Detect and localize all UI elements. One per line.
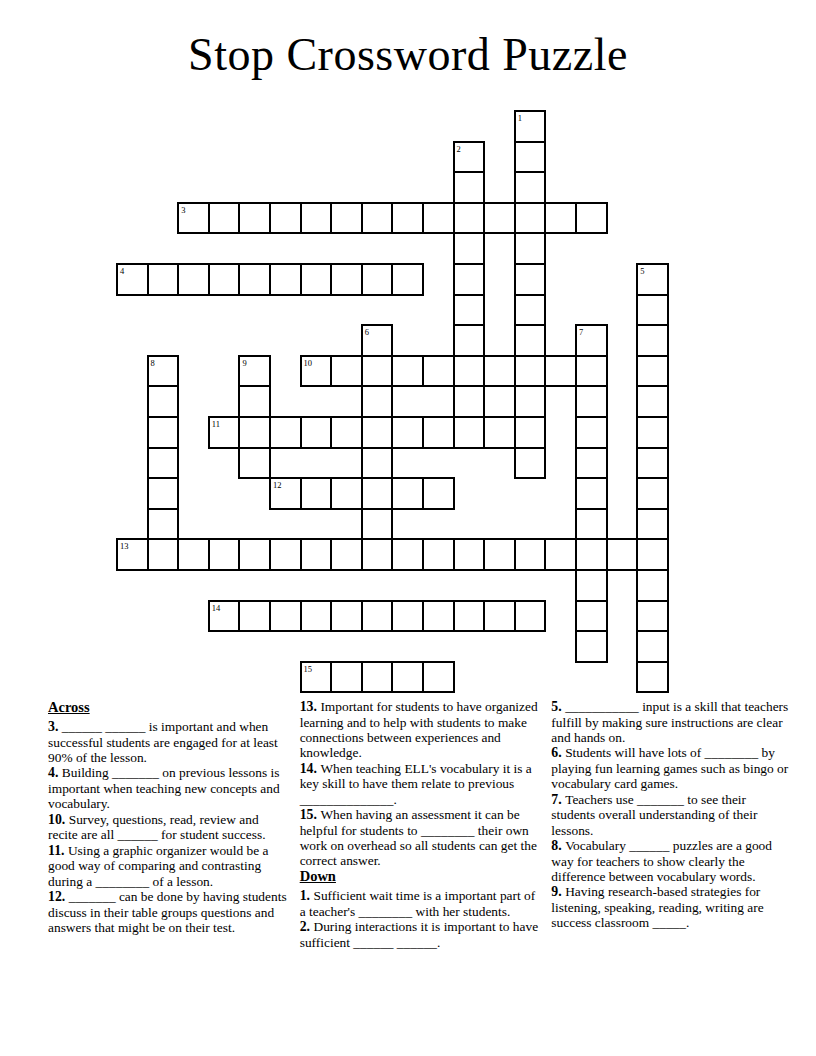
clues-header-across: Across (48, 699, 287, 716)
grid-cell[interactable] (453, 324, 486, 357)
clue-column-3: 5. ___________ input is a skill that tea… (551, 699, 790, 950)
clue-item: 1. Sufficient wait time is a important p… (300, 888, 539, 919)
clue-item: 13. Important for students to have organ… (300, 699, 539, 761)
grid-cell[interactable] (514, 447, 547, 480)
grid-cell[interactable] (300, 202, 333, 235)
grid-cell[interactable] (453, 263, 486, 296)
grid-cell[interactable] (238, 538, 271, 571)
grid-cell[interactable] (514, 171, 547, 204)
cell-number: 11 (212, 420, 220, 429)
grid-cell[interactable] (575, 385, 608, 418)
grid-cell[interactable] (453, 416, 486, 449)
cell-number: 3 (181, 206, 185, 215)
grid-cell[interactable] (330, 355, 363, 388)
grid-cell[interactable] (238, 416, 271, 449)
clues-area: Across3. ______ ______ is important and … (48, 699, 790, 950)
crossword-page: Stop Crossword Puzzle 123456789101112131… (0, 0, 816, 1056)
grid-cell[interactable] (391, 600, 424, 633)
grid-cell[interactable] (606, 538, 639, 571)
grid-cell[interactable] (238, 385, 271, 418)
grid-cell[interactable] (422, 202, 455, 235)
grid-cell[interactable] (453, 355, 486, 388)
grid-cell[interactable] (208, 202, 241, 235)
grid-cell[interactable] (208, 538, 241, 571)
grid-cell[interactable] (483, 355, 516, 388)
grid-cell[interactable] (238, 263, 271, 296)
grid-cell[interactable] (453, 600, 486, 633)
clues-header-down: Down (300, 868, 539, 885)
grid-cell[interactable] (391, 263, 424, 296)
grid-cell[interactable] (636, 630, 669, 663)
grid-cell[interactable] (575, 202, 608, 235)
crossword-grid: 123456789101112131415 (116, 110, 669, 693)
cell-number: 5 (640, 267, 644, 276)
grid-cell[interactable] (575, 508, 608, 541)
grid-cell[interactable] (330, 202, 363, 235)
grid-cell[interactable] (636, 661, 669, 694)
grid-cell[interactable] (391, 202, 424, 235)
cell-number: 1 (518, 114, 522, 123)
page-title: Stop Crossword Puzzle (0, 28, 816, 81)
grid-cell[interactable] (300, 538, 333, 571)
grid-cell[interactable] (514, 324, 547, 357)
grid-cell[interactable] (636, 477, 669, 510)
grid-cell[interactable] (636, 600, 669, 633)
grid-cell[interactable] (391, 477, 424, 510)
grid-cell[interactable] (330, 661, 363, 694)
grid-cell[interactable] (147, 508, 180, 541)
grid-cell[interactable] (483, 416, 516, 449)
grid-cell[interactable] (147, 447, 180, 480)
grid-cell[interactable] (300, 416, 333, 449)
grid-cell[interactable] (483, 600, 516, 633)
clue-item: 2. During interactions it is important t… (300, 919, 539, 950)
clue-item: 15. When having an assessment it can be … (300, 807, 539, 869)
cell-number: 9 (242, 359, 246, 368)
cell-number: 8 (151, 359, 155, 368)
grid-cell[interactable] (361, 508, 394, 541)
grid-cell[interactable] (453, 202, 486, 235)
grid-cell[interactable] (514, 294, 547, 327)
grid-cell[interactable] (636, 508, 669, 541)
grid-cell[interactable] (330, 263, 363, 296)
grid-cell[interactable] (575, 355, 608, 388)
clue-item: 7. Teachers use _______ to see their stu… (551, 792, 790, 838)
grid-cell[interactable] (575, 569, 608, 602)
clue-item: 14. When teaching ELL's vocabulary it is… (300, 761, 539, 807)
grid-cell[interactable] (514, 385, 547, 418)
clue-column-2: 13. Important for students to have organ… (300, 699, 539, 950)
cell-number: 6 (365, 328, 369, 337)
grid-cell[interactable] (177, 263, 210, 296)
grid-cell[interactable] (636, 294, 669, 327)
grid-cell[interactable] (361, 263, 394, 296)
grid-cell[interactable] (330, 477, 363, 510)
grid-cell[interactable] (575, 600, 608, 633)
grid-cell[interactable] (269, 538, 302, 571)
grid-cell[interactable] (361, 202, 394, 235)
cell-number: 10 (304, 359, 313, 368)
grid-cell[interactable] (514, 202, 547, 235)
grid-cell[interactable] (361, 447, 394, 480)
grid-cell[interactable] (422, 477, 455, 510)
grid-cell[interactable] (514, 600, 547, 633)
grid-cell[interactable] (636, 416, 669, 449)
grid-cell[interactable] (544, 538, 577, 571)
grid-cell[interactable] (330, 538, 363, 571)
grid-cell[interactable] (147, 263, 180, 296)
grid-cell[interactable] (422, 416, 455, 449)
cell-number: 14 (212, 604, 221, 613)
cell-number: 12 (273, 481, 282, 490)
grid-cell[interactable] (514, 416, 547, 449)
grid-cell[interactable] (453, 385, 486, 418)
grid-cell[interactable] (361, 385, 394, 418)
grid-cell[interactable] (575, 538, 608, 571)
grid-cell[interactable] (208, 263, 241, 296)
grid-cell[interactable] (391, 416, 424, 449)
grid-cell[interactable] (636, 447, 669, 480)
cell-number: 4 (120, 267, 124, 276)
grid-cell[interactable] (177, 538, 210, 571)
clue-item: 10. Survey, questions, read, review and … (48, 812, 287, 843)
grid-cell[interactable] (269, 202, 302, 235)
clue-item: 4. Building _______ on previous lessons … (48, 765, 287, 811)
grid-cell[interactable] (453, 294, 486, 327)
grid-cell[interactable] (238, 202, 271, 235)
grid-cell[interactable] (636, 538, 669, 571)
grid-cell[interactable] (636, 324, 669, 357)
grid-cell[interactable] (147, 416, 180, 449)
grid-cell[interactable] (269, 416, 302, 449)
grid-cell[interactable] (422, 538, 455, 571)
clue-item: 12. _______ can be done by having studen… (48, 889, 287, 935)
grid-cell[interactable] (300, 263, 333, 296)
cell-number: 13 (120, 542, 129, 551)
grid-cell[interactable] (361, 355, 394, 388)
grid-cell[interactable] (361, 416, 394, 449)
grid-cell[interactable] (453, 232, 486, 265)
grid-cell[interactable] (575, 477, 608, 510)
grid-cell[interactable] (483, 202, 516, 235)
grid-cell[interactable] (575, 416, 608, 449)
grid-cell[interactable] (269, 600, 302, 633)
grid-cell[interactable] (361, 477, 394, 510)
clue-item: 8. Vocabulary ______ puzzles are a good … (551, 838, 790, 884)
grid-cell[interactable] (514, 355, 547, 388)
cell-number: 15 (304, 665, 313, 674)
clue-item: 6. Students will have lots of ________ b… (551, 745, 790, 791)
grid-cell[interactable] (300, 477, 333, 510)
grid-cell[interactable] (483, 538, 516, 571)
clue-item: 11. Using a graphic organizer would be a… (48, 843, 287, 889)
grid-cell[interactable] (453, 171, 486, 204)
grid-cell[interactable] (361, 600, 394, 633)
clue-item: 9. Having research-based strategies for … (551, 884, 790, 930)
grid-cell[interactable] (453, 538, 486, 571)
grid-cell[interactable] (300, 600, 333, 633)
grid-cell[interactable] (238, 600, 271, 633)
grid-cell[interactable] (391, 661, 424, 694)
clue-item: 3. ______ ______ is important and when s… (48, 719, 287, 765)
grid-cell[interactable] (636, 569, 669, 602)
grid-cell[interactable] (514, 263, 547, 296)
grid-cell[interactable] (330, 600, 363, 633)
grid-cell[interactable] (391, 538, 424, 571)
grid-cell[interactable] (514, 232, 547, 265)
grid-cell[interactable] (544, 355, 577, 388)
clue-column-1: Across3. ______ ______ is important and … (48, 699, 287, 950)
grid-cell[interactable] (147, 538, 180, 571)
grid-cell[interactable] (391, 355, 424, 388)
grid-cell[interactable] (147, 477, 180, 510)
grid-cell[interactable] (575, 630, 608, 663)
cell-number: 2 (457, 145, 461, 154)
grid-cell[interactable] (422, 661, 455, 694)
grid-cell[interactable] (422, 600, 455, 633)
grid-cell[interactable] (544, 202, 577, 235)
grid-cell[interactable] (636, 355, 669, 388)
grid-cell[interactable] (575, 447, 608, 480)
clue-item: 5. ___________ input is a skill that tea… (551, 699, 790, 745)
grid-cell[interactable] (361, 538, 394, 571)
grid-cell[interactable] (514, 538, 547, 571)
grid-cell[interactable] (238, 447, 271, 480)
grid-cell[interactable] (514, 141, 547, 174)
grid-cell[interactable] (147, 385, 180, 418)
grid-cell[interactable] (330, 416, 363, 449)
grid-cell[interactable] (636, 385, 669, 418)
grid-cell[interactable] (269, 263, 302, 296)
grid-cell[interactable] (422, 355, 455, 388)
cell-number: 7 (579, 328, 583, 337)
grid-cell[interactable] (361, 661, 394, 694)
